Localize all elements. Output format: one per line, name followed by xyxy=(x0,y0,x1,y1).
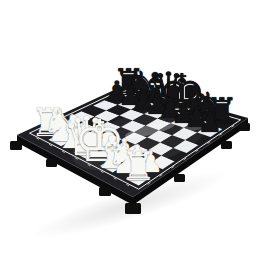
product-photo: ♜♞♝♛♚♝♞♜♟♟♟♟♟♟♟♟♟♟♟♟♟♟♟♟♜♞♝♛♚♝♞♜ xyxy=(0,0,264,271)
piece-black-pawn-h7[interactable]: ♟ xyxy=(197,109,222,137)
piece-white-rook-h1[interactable]: ♜ xyxy=(121,147,156,186)
